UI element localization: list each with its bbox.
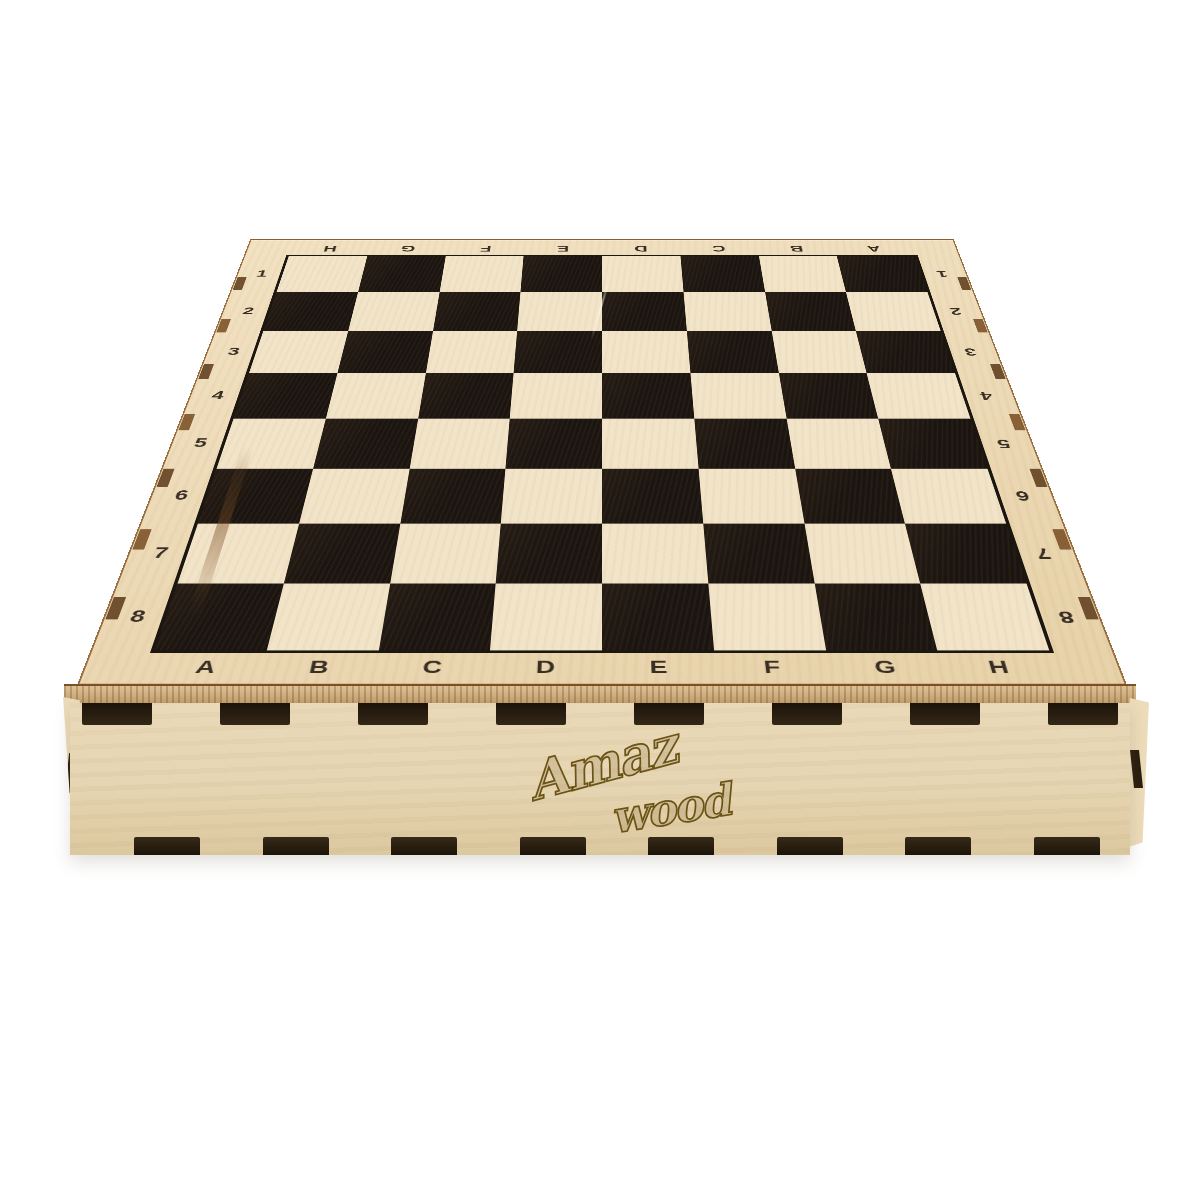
chess-box: HGFEDCBA ABCDEFGH 12345678 12345678 Am <box>0 0 1200 1200</box>
label-far-H: H <box>289 242 370 255</box>
finger-joint-slot <box>134 837 200 855</box>
square-f3[interactable] <box>687 331 779 373</box>
label-far-C: C <box>679 242 758 255</box>
finger-joint-slot <box>1034 837 1100 855</box>
finger-joint-slot <box>777 837 843 855</box>
square-h8[interactable] <box>920 584 1049 651</box>
finger-joint-slot <box>1048 703 1118 725</box>
finger-joint-slot <box>263 837 329 855</box>
square-f1[interactable] <box>680 256 764 292</box>
square-d8[interactable] <box>490 584 602 651</box>
square-g5[interactable] <box>786 419 891 469</box>
label-near-E: E <box>602 653 716 682</box>
finger-joint-slot <box>910 703 980 725</box>
square-b8[interactable] <box>267 584 390 651</box>
square-d5[interactable] <box>506 419 602 469</box>
square-d4[interactable] <box>510 373 602 419</box>
label-near-C: C <box>373 653 490 682</box>
square-b2[interactable] <box>348 292 439 331</box>
label-near-F: F <box>714 653 831 682</box>
square-f7[interactable] <box>703 523 814 583</box>
side-joint-slot <box>1130 750 1143 788</box>
square-d3[interactable] <box>514 331 602 373</box>
finger-joint-slot <box>496 703 566 725</box>
square-f6[interactable] <box>698 469 804 524</box>
square-b6[interactable] <box>299 469 409 524</box>
photo-background: HGFEDCBA ABCDEFGH 12345678 12345678 Am <box>0 0 1200 1200</box>
finger-joint-slot <box>772 703 842 725</box>
square-b5[interactable] <box>313 419 418 469</box>
square-e7[interactable] <box>602 523 708 583</box>
square-b1[interactable] <box>358 256 445 292</box>
finger-joints-top <box>82 703 1118 725</box>
label-near-A: A <box>144 653 266 682</box>
square-b7[interactable] <box>284 523 400 583</box>
square-h3[interactable] <box>856 331 955 373</box>
square-a5[interactable] <box>217 419 326 469</box>
label-near-H: H <box>938 653 1060 682</box>
square-c2[interactable] <box>433 292 521 331</box>
square-c4[interactable] <box>418 373 514 419</box>
square-d1[interactable] <box>521 256 602 292</box>
square-c7[interactable] <box>390 523 501 583</box>
file-labels-far: HGFEDCBA <box>289 242 915 255</box>
square-a6[interactable] <box>198 469 313 524</box>
label-near-D: D <box>488 653 602 682</box>
square-a4[interactable] <box>234 373 338 419</box>
label-far-A: A <box>833 242 914 255</box>
square-g7[interactable] <box>804 523 920 583</box>
square-f4[interactable] <box>690 373 786 419</box>
square-h6[interactable] <box>891 469 1006 524</box>
square-a7[interactable] <box>177 523 299 583</box>
finger-joint-slot <box>220 703 290 725</box>
lid-front-edge <box>64 684 1136 703</box>
square-c5[interactable] <box>409 419 510 469</box>
square-h7[interactable] <box>905 523 1027 583</box>
square-d6[interactable] <box>501 469 602 524</box>
label-far-B: B <box>756 242 836 255</box>
square-a8[interactable] <box>155 584 284 651</box>
label-far-E: E <box>524 242 602 255</box>
square-g2[interactable] <box>765 292 856 331</box>
chess-grid <box>155 256 1050 650</box>
label-near-B: B <box>259 653 378 682</box>
square-g1[interactable] <box>759 256 846 292</box>
finger-joint-slot <box>391 837 457 855</box>
square-e6[interactable] <box>602 469 703 524</box>
finger-joint-slot <box>905 837 971 855</box>
label-far-D: D <box>602 242 680 255</box>
square-g4[interactable] <box>778 373 878 419</box>
square-e8[interactable] <box>602 584 714 651</box>
box-front-panel: Amaz wood <box>70 703 1130 855</box>
square-e1[interactable] <box>602 256 683 292</box>
square-c1[interactable] <box>439 256 523 292</box>
board-top-face: HGFEDCBA ABCDEFGH 12345678 12345678 <box>77 239 1127 685</box>
finger-joints-bottom <box>134 837 1100 855</box>
square-a2[interactable] <box>263 292 358 331</box>
square-g3[interactable] <box>771 331 866 373</box>
square-f5[interactable] <box>694 419 795 469</box>
square-b3[interactable] <box>337 331 432 373</box>
square-c6[interactable] <box>400 469 506 524</box>
square-c8[interactable] <box>378 584 495 651</box>
square-e3[interactable] <box>602 331 690 373</box>
finger-joint-slot <box>520 837 586 855</box>
square-c3[interactable] <box>426 331 518 373</box>
finger-joint-slot <box>358 703 428 725</box>
square-h4[interactable] <box>867 373 971 419</box>
label-far-G: G <box>367 242 447 255</box>
square-f2[interactable] <box>683 292 771 331</box>
board-frame <box>150 255 1054 653</box>
square-e2[interactable] <box>602 292 687 331</box>
square-d7[interactable] <box>496 523 602 583</box>
square-g8[interactable] <box>814 584 937 651</box>
label-far-F: F <box>446 242 525 255</box>
brand-logo: Amaz wood <box>518 727 798 847</box>
square-h2[interactable] <box>846 292 941 331</box>
square-f8[interactable] <box>708 584 825 651</box>
square-e4[interactable] <box>602 373 694 419</box>
square-b4[interactable] <box>326 373 426 419</box>
square-a1[interactable] <box>277 256 368 292</box>
square-g6[interactable] <box>795 469 905 524</box>
square-h1[interactable] <box>837 256 928 292</box>
file-labels-near: ABCDEFGH <box>144 653 1060 682</box>
square-a3[interactable] <box>249 331 348 373</box>
label-near-G: G <box>826 653 945 682</box>
square-d2[interactable] <box>517 292 602 331</box>
finger-joint-slot <box>648 837 714 855</box>
finger-joint-slot <box>82 703 152 725</box>
square-e5[interactable] <box>602 419 698 469</box>
square-h5[interactable] <box>878 419 987 469</box>
